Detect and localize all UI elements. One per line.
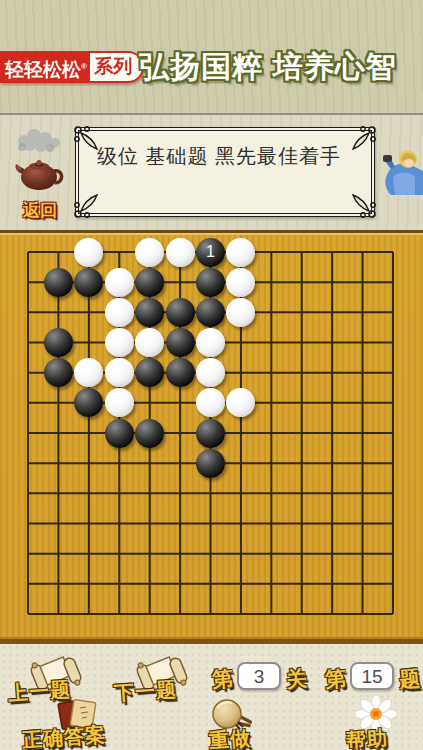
next-problem-button[interactable]: 下一题 <box>112 652 208 700</box>
black-stone <box>135 298 164 327</box>
banner-section: 返回 <box>0 115 423 230</box>
frame-corner-ornament <box>351 125 377 151</box>
white-stone <box>105 328 134 357</box>
black-stone <box>196 419 225 448</box>
black-stone <box>44 268 73 297</box>
white-stone <box>196 328 225 357</box>
frame-corner-ornament <box>73 125 99 151</box>
black-stone <box>135 268 164 297</box>
level-input[interactable]: 3 <box>237 662 281 690</box>
page-title: 弘扬国粹 培养心智 <box>118 47 418 88</box>
level-suffix: 关 <box>285 664 309 694</box>
help-label: 帮助 <box>345 725 389 750</box>
black-stone <box>105 419 134 448</box>
problem-description: 级位 基础题 黑先最佳着手 <box>97 143 341 170</box>
registered-mark: ® <box>81 62 87 71</box>
last-move-number: 1 <box>206 244 215 260</box>
black-stone <box>166 298 195 327</box>
black-stone <box>44 358 73 387</box>
white-stone <box>74 238 103 267</box>
redo-label: 重做 <box>208 725 252 750</box>
white-stone <box>105 358 134 387</box>
header: 轻轻松松® 系列 弘扬国粹 培养心智 <box>0 0 423 115</box>
go-board[interactable]: 1 <box>0 230 423 644</box>
black-stone <box>74 268 103 297</box>
black-stone: 1 <box>196 238 225 267</box>
app-root: 轻轻松松® 系列 弘扬国粹 培养心智 <box>0 0 423 750</box>
white-stone <box>166 238 195 267</box>
white-stone <box>135 238 164 267</box>
redo-button[interactable]: 重做 <box>205 696 265 748</box>
correct-answer-label: 正确答案 <box>21 721 107 750</box>
black-stone <box>166 328 195 357</box>
black-stone <box>196 268 225 297</box>
white-stone <box>105 298 134 327</box>
white-stone <box>196 358 225 387</box>
back-button[interactable]: 返回 <box>8 125 72 225</box>
white-stone <box>226 268 255 297</box>
series-badge-left: 轻轻松松® <box>0 51 90 83</box>
help-button[interactable]: 帮助 <box>342 696 404 748</box>
black-stone <box>196 298 225 327</box>
white-stone <box>226 238 255 267</box>
helper-character <box>381 147 423 195</box>
white-stone <box>135 328 164 357</box>
controls-panel: 上一题 下一题 第 3 关 第 15 题 <box>0 644 423 750</box>
problem-group: 第 15 题 <box>325 662 421 696</box>
correct-answer-button[interactable]: 正确答案 <box>22 696 132 748</box>
level-group: 第 3 关 <box>212 662 308 696</box>
frame-corner-ornament <box>351 193 377 219</box>
black-stone <box>196 449 225 478</box>
white-stone <box>105 388 134 417</box>
problem-suffix: 题 <box>398 664 422 694</box>
prev-problem-button[interactable]: 上一题 <box>8 652 104 700</box>
black-stone <box>135 419 164 448</box>
problem-title-frame: 级位 基础题 黑先最佳着手 <box>75 127 375 217</box>
problem-prefix: 第 <box>324 664 348 694</box>
back-button-label: 返回 <box>8 199 72 222</box>
teapot-icon <box>10 127 70 199</box>
frame-corner-ornament <box>73 193 99 219</box>
white-stone <box>105 268 134 297</box>
problem-input[interactable]: 15 <box>350 662 394 690</box>
black-stone <box>44 328 73 357</box>
black-stone <box>166 358 195 387</box>
level-prefix: 第 <box>211 664 235 694</box>
